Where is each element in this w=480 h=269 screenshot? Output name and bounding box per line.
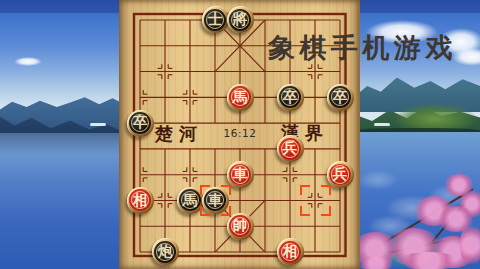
last-move-from-point — [302, 187, 329, 214]
piece-red-soldier[interactable]: 兵 — [327, 161, 354, 188]
piece-red-horse[interactable]: 馬 — [227, 84, 254, 111]
piece-black-cannon[interactable]: 炮 — [152, 238, 179, 265]
game-screen: 楚河 漢界 16:12 士將馬卒卒卒兵車兵相馬車帥炮相 象棋手机游戏 — [0, 0, 480, 269]
flower-cluster — [355, 257, 397, 269]
last-move-from-marker — [300, 185, 331, 216]
piece-black-general[interactable]: 將 — [227, 6, 254, 33]
village-speck — [90, 123, 106, 126]
piece-black-advisor[interactable]: 士 — [202, 6, 229, 33]
piece-black-soldier[interactable]: 卒 — [277, 84, 304, 111]
piece-red-general[interactable]: 帥 — [227, 213, 254, 240]
flower-cluster — [460, 222, 480, 268]
piece-black-soldier[interactable]: 卒 — [327, 84, 354, 111]
piece-red-soldier[interactable]: 兵 — [277, 135, 304, 162]
piece-red-elephant[interactable]: 相 — [127, 187, 154, 214]
village-speck — [374, 123, 390, 126]
mountain-reflection — [0, 133, 121, 155]
piece-red-elephant[interactable]: 相 — [277, 238, 304, 265]
piece-black-soldier[interactable]: 卒 — [127, 110, 154, 137]
cloud-reflection — [358, 170, 398, 190]
piece-black-horse[interactable]: 馬 — [177, 187, 204, 214]
piece-red-chariot[interactable]: 車 — [227, 161, 254, 188]
piece-black-chariot[interactable]: 車 — [202, 187, 229, 214]
cloud — [14, 57, 42, 66]
flower-cluster — [398, 252, 460, 269]
app-title: 象棋手机游戏 — [268, 30, 457, 66]
